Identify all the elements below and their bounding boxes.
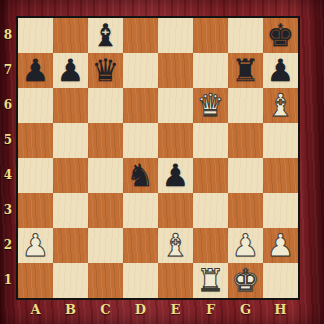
- square-c1[interactable]: [88, 263, 123, 298]
- square-e5[interactable]: [158, 123, 193, 158]
- rank-label-3: 3: [0, 193, 16, 228]
- square-a2[interactable]: ♟: [18, 228, 53, 263]
- piece-black-rook-g7[interactable]: ♜: [228, 53, 263, 88]
- square-b7[interactable]: ♟: [53, 53, 88, 88]
- square-f7[interactable]: [193, 53, 228, 88]
- square-h7[interactable]: ♟: [263, 53, 298, 88]
- square-a6[interactable]: [18, 88, 53, 123]
- square-d3[interactable]: [123, 193, 158, 228]
- board-frame: 87654321 ♝♚♟♟♛♜♟♛♝♞♟♟♝♟♟♜♚ ABCDEFGH: [0, 0, 324, 324]
- file-label-b: B: [53, 299, 88, 324]
- rank-label-1: 1: [0, 263, 16, 298]
- square-g3[interactable]: [228, 193, 263, 228]
- piece-white-king-g1[interactable]: ♚: [228, 263, 263, 298]
- piece-black-king-h8[interactable]: ♚: [263, 18, 298, 53]
- piece-white-bishop-e2[interactable]: ♝: [158, 228, 193, 263]
- square-c5[interactable]: [88, 123, 123, 158]
- square-f8[interactable]: [193, 18, 228, 53]
- square-h5[interactable]: [263, 123, 298, 158]
- square-h6[interactable]: ♝: [263, 88, 298, 123]
- square-d5[interactable]: [123, 123, 158, 158]
- square-f6[interactable]: ♛: [193, 88, 228, 123]
- file-label-c: C: [88, 299, 123, 324]
- square-d8[interactable]: [123, 18, 158, 53]
- piece-white-pawn-g2[interactable]: ♟: [228, 228, 263, 263]
- square-e7[interactable]: [158, 53, 193, 88]
- square-e1[interactable]: [158, 263, 193, 298]
- piece-black-pawn-h7[interactable]: ♟: [263, 53, 298, 88]
- piece-white-pawn-a2[interactable]: ♟: [18, 228, 53, 263]
- square-e8[interactable]: [158, 18, 193, 53]
- rank-label-4: 4: [0, 158, 16, 193]
- rank-label-5: 5: [0, 123, 16, 158]
- file-label-d: D: [123, 299, 158, 324]
- square-d2[interactable]: [123, 228, 158, 263]
- file-label-f: F: [193, 299, 228, 324]
- square-c6[interactable]: [88, 88, 123, 123]
- piece-black-knight-d4[interactable]: ♞: [123, 158, 158, 193]
- rank-label-8: 8: [0, 18, 16, 53]
- square-c2[interactable]: [88, 228, 123, 263]
- square-c8[interactable]: ♝: [88, 18, 123, 53]
- square-g5[interactable]: [228, 123, 263, 158]
- square-a4[interactable]: [18, 158, 53, 193]
- square-a1[interactable]: [18, 263, 53, 298]
- piece-black-pawn-a7[interactable]: ♟: [18, 53, 53, 88]
- piece-white-bishop-h6[interactable]: ♝: [263, 88, 298, 123]
- file-label-g: G: [228, 299, 263, 324]
- square-c4[interactable]: [88, 158, 123, 193]
- square-b2[interactable]: [53, 228, 88, 263]
- square-c7[interactable]: ♛: [88, 53, 123, 88]
- square-a5[interactable]: [18, 123, 53, 158]
- chess-board: ♝♚♟♟♛♜♟♛♝♞♟♟♝♟♟♜♚: [16, 16, 300, 300]
- square-g4[interactable]: [228, 158, 263, 193]
- file-label-e: E: [158, 299, 193, 324]
- square-f4[interactable]: [193, 158, 228, 193]
- square-f5[interactable]: [193, 123, 228, 158]
- square-h8[interactable]: ♚: [263, 18, 298, 53]
- square-a8[interactable]: [18, 18, 53, 53]
- file-labels: ABCDEFGH: [18, 299, 298, 324]
- file-label-a: A: [18, 299, 53, 324]
- square-d6[interactable]: [123, 88, 158, 123]
- square-d7[interactable]: [123, 53, 158, 88]
- piece-white-queen-f6[interactable]: ♛: [193, 88, 228, 123]
- square-g2[interactable]: ♟: [228, 228, 263, 263]
- square-f1[interactable]: ♜: [193, 263, 228, 298]
- square-h2[interactable]: ♟: [263, 228, 298, 263]
- square-b3[interactable]: [53, 193, 88, 228]
- square-a7[interactable]: ♟: [18, 53, 53, 88]
- piece-white-pawn-h2[interactable]: ♟: [263, 228, 298, 263]
- rank-labels: 87654321: [0, 18, 16, 298]
- square-h3[interactable]: [263, 193, 298, 228]
- square-e3[interactable]: [158, 193, 193, 228]
- square-b4[interactable]: [53, 158, 88, 193]
- square-g7[interactable]: ♜: [228, 53, 263, 88]
- file-label-h: H: [263, 299, 298, 324]
- square-g8[interactable]: [228, 18, 263, 53]
- square-c3[interactable]: [88, 193, 123, 228]
- piece-black-pawn-b7[interactable]: ♟: [53, 53, 88, 88]
- square-f2[interactable]: [193, 228, 228, 263]
- square-d1[interactable]: [123, 263, 158, 298]
- square-h1[interactable]: [263, 263, 298, 298]
- square-e6[interactable]: [158, 88, 193, 123]
- piece-black-bishop-c8[interactable]: ♝: [88, 18, 123, 53]
- square-h4[interactable]: [263, 158, 298, 193]
- square-e4[interactable]: ♟: [158, 158, 193, 193]
- square-d4[interactable]: ♞: [123, 158, 158, 193]
- piece-white-rook-f1[interactable]: ♜: [193, 263, 228, 298]
- square-a3[interactable]: [18, 193, 53, 228]
- square-b1[interactable]: [53, 263, 88, 298]
- rank-label-6: 6: [0, 88, 16, 123]
- piece-black-pawn-e4[interactable]: ♟: [158, 158, 193, 193]
- rank-label-7: 7: [0, 53, 16, 88]
- piece-black-queen-c7[interactable]: ♛: [88, 53, 123, 88]
- square-b8[interactable]: [53, 18, 88, 53]
- square-b5[interactable]: [53, 123, 88, 158]
- square-g1[interactable]: ♚: [228, 263, 263, 298]
- square-b6[interactable]: [53, 88, 88, 123]
- square-f3[interactable]: [193, 193, 228, 228]
- square-g6[interactable]: [228, 88, 263, 123]
- square-e2[interactable]: ♝: [158, 228, 193, 263]
- rank-label-2: 2: [0, 228, 16, 263]
